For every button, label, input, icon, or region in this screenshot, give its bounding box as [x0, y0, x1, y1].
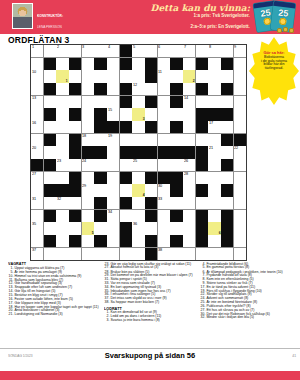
cell-r16c6: [94, 235, 106, 247]
cell-r5c6[interactable]: [94, 96, 106, 108]
cell-r3c12[interactable]: [170, 70, 182, 82]
cell-r6c4: [69, 108, 81, 120]
cell-r5c16[interactable]: [221, 96, 233, 108]
answer-coupon-note: Svarskupong på sidan 56: [0, 351, 300, 360]
cell-r8c17: [234, 134, 246, 146]
cell-r3c2[interactable]: [44, 70, 56, 82]
cell-r7c2[interactable]: [44, 121, 56, 133]
cell-r4c9[interactable]: 12: [132, 83, 144, 95]
cell-r6c7[interactable]: 15: [107, 108, 119, 120]
cell-r12c9-prize[interactable]: 4: [132, 184, 144, 196]
cell-r7c13[interactable]: [183, 121, 195, 133]
cell-r10c9[interactable]: 25: [132, 159, 144, 171]
cell-r11c4: [69, 172, 81, 184]
cell-r15c4[interactable]: [69, 222, 81, 234]
cell-r10c2: [44, 159, 56, 171]
constructor-credit: KONSTRUKTÖR: LENA PERSSON: [37, 14, 118, 36]
cell-r5c13[interactable]: 14: [183, 96, 195, 108]
cell-r8c13[interactable]: [183, 134, 195, 146]
cell-r17c12[interactable]: [170, 248, 182, 260]
cell-r16c3[interactable]: [56, 235, 68, 247]
cell-r4c15[interactable]: [208, 83, 220, 95]
cell-r3c5[interactable]: [82, 70, 94, 82]
cell-r15c10[interactable]: [145, 222, 157, 234]
cell-r7c9[interactable]: [132, 121, 144, 133]
cell-r6c1[interactable]: [31, 108, 43, 120]
cell-r17c7[interactable]: [107, 248, 119, 260]
cell-r5c17[interactable]: [234, 96, 246, 108]
cell-r1c4[interactable]: [69, 45, 81, 57]
cell-r9c3[interactable]: [56, 146, 68, 158]
cell-r12c10[interactable]: [145, 184, 157, 196]
cell-r15c2[interactable]: [44, 222, 56, 234]
cell-r16c1[interactable]: [31, 235, 43, 247]
cell-r2c9[interactable]: [132, 58, 144, 70]
coin-icon: [283, 27, 288, 32]
cell-r5c1[interactable]: 13: [31, 96, 43, 108]
cell-r3c9[interactable]: [132, 70, 144, 82]
cell-r1c10[interactable]: [145, 45, 157, 57]
cell-r13c4[interactable]: [69, 197, 81, 209]
bottom-red-bar: [0, 371, 300, 380]
cell-r7c14: [196, 121, 208, 133]
cell-r8c14[interactable]: [196, 134, 208, 146]
clue-number-24: 24: [82, 159, 86, 163]
cell-r1c6[interactable]: [94, 45, 106, 57]
cell-r1c15[interactable]: 8: [208, 45, 220, 57]
cell-r5c9[interactable]: [132, 96, 144, 108]
cell-r16c11[interactable]: [158, 235, 170, 247]
prize-letter-index-1: 1: [66, 79, 68, 82]
cell-r9c8: [120, 146, 132, 158]
cell-r2c5[interactable]: [82, 58, 94, 70]
cell-r12c11[interactable]: 30: [158, 184, 170, 196]
cell-r7c11[interactable]: [158, 121, 170, 133]
cell-r10c17[interactable]: [234, 159, 246, 171]
cell-r11c9[interactable]: [132, 172, 144, 184]
cell-r10c5[interactable]: 24: [82, 159, 94, 171]
cell-r5c3[interactable]: [56, 96, 68, 108]
cell-r7c1[interactable]: 16: [31, 121, 43, 133]
cell-r15c3[interactable]: [56, 222, 68, 234]
cell-r5c4[interactable]: [69, 96, 81, 108]
cell-r7c10: [145, 121, 157, 133]
cell-r11c11: [158, 172, 170, 184]
cell-r14c2: [44, 210, 56, 222]
cell-r4c16: [221, 83, 233, 95]
cell-r2c17[interactable]: [234, 58, 246, 70]
clue-number-22: 22: [234, 146, 238, 150]
cell-r9c10: [145, 146, 157, 158]
cell-r9c17[interactable]: 22: [234, 146, 246, 158]
clue-number-2: 2: [57, 45, 59, 49]
cell-r14c6: [94, 210, 106, 222]
cell-r1c17[interactable]: 9: [234, 45, 246, 57]
cell-r14c5[interactable]: [82, 210, 94, 222]
clue-number-30: 30: [158, 184, 162, 188]
cell-r16c8: [120, 235, 132, 247]
cell-r2c11[interactable]: [158, 58, 170, 70]
prize-letter-index-6: 6: [218, 231, 220, 234]
cell-r15c1[interactable]: 35: [31, 222, 43, 234]
footer-divider: [0, 348, 300, 349]
clue-number-17: 17: [209, 121, 213, 125]
cell-r12c15[interactable]: [208, 184, 220, 196]
cell-r16c2: [44, 235, 56, 247]
cell-r1c14[interactable]: [196, 45, 208, 57]
cell-r3c11[interactable]: 11: [158, 70, 170, 82]
cell-r15c12[interactable]: [170, 222, 182, 234]
cell-r10c15[interactable]: [208, 159, 220, 171]
clue-number-9: 9: [234, 45, 236, 49]
cell-r11c5[interactable]: [82, 172, 94, 184]
cell-r3c4[interactable]: [69, 70, 81, 82]
cell-r5c7[interactable]: [107, 96, 119, 108]
cell-r11c2[interactable]: [44, 172, 56, 184]
cell-r7c15[interactable]: 17: [208, 121, 220, 133]
cell-r4c4: [69, 83, 81, 95]
cell-r1c1[interactable]: 1: [31, 45, 43, 57]
cell-r7c3[interactable]: [56, 121, 68, 133]
cell-r12c17[interactable]: [234, 184, 246, 196]
cell-r15c15-prize[interactable]: 6: [208, 222, 220, 234]
cell-r1c9[interactable]: 5: [132, 45, 144, 57]
across-clue-38: 38.Så hoppar man över bäcken (7): [104, 300, 206, 304]
cell-r16c9[interactable]: [132, 235, 144, 247]
cell-r6c5[interactable]: [82, 108, 94, 120]
cell-r14c13[interactable]: [183, 210, 195, 222]
cell-r4c11[interactable]: [158, 83, 170, 95]
cell-r10c12[interactable]: [170, 159, 182, 171]
cell-r8c1[interactable]: [31, 134, 43, 146]
cell-r11c14[interactable]: [196, 172, 208, 184]
coin-icon: [289, 28, 294, 33]
cell-r4c3[interactable]: [56, 83, 68, 95]
cell-r5c12: [170, 96, 182, 108]
cell-r17c13[interactable]: [183, 248, 195, 260]
cell-r8c9[interactable]: [132, 134, 144, 146]
cell-r13c17[interactable]: [234, 197, 246, 209]
cell-r4c7[interactable]: [107, 83, 119, 95]
cell-r9c14: [196, 146, 208, 158]
cell-r17c3[interactable]: [56, 248, 68, 260]
cell-r15c6[interactable]: [94, 222, 106, 234]
cell-r9c9: [132, 146, 144, 158]
cell-r1c7[interactable]: 4: [107, 45, 119, 57]
cell-r17c17[interactable]: [234, 248, 246, 260]
cell-r4c8: [120, 83, 132, 95]
cell-r12c4: [69, 184, 81, 196]
cell-r10c8[interactable]: [120, 159, 132, 171]
cell-r12c1[interactable]: [31, 184, 43, 196]
cell-r12c13[interactable]: [183, 184, 195, 196]
cell-r9c12: [170, 146, 182, 158]
cell-r2c15[interactable]: [208, 58, 220, 70]
cell-r11c6: [94, 172, 106, 184]
cell-r9c7[interactable]: [107, 146, 119, 158]
cell-r12c14: [196, 184, 208, 196]
cell-r10c6[interactable]: [94, 159, 106, 171]
cell-r13c16[interactable]: [221, 197, 233, 209]
prize-first: 1:a pris: Två Sverigelotter.: [191, 13, 250, 18]
cell-r3c14[interactable]: [196, 70, 208, 82]
cell-r3c3-prize[interactable]: 1: [56, 70, 68, 82]
clue-number-7: 7: [184, 45, 186, 49]
cell-r12c5[interactable]: 29: [82, 184, 94, 196]
cell-r7c12: [170, 121, 182, 133]
cell-r8c16: [221, 134, 233, 146]
cell-r13c2[interactable]: [44, 197, 56, 209]
cell-r17c16[interactable]: [221, 248, 233, 260]
cell-r13c5[interactable]: [82, 197, 94, 209]
cell-r11c8: [120, 172, 132, 184]
prize-info: Detta kan du vinna: 1:a pris: Två Sverig…: [118, 3, 250, 35]
crossword-grid-frame: 1234567891011121213141531617181920212223…: [30, 44, 247, 261]
crossword-grid: 1234567891011121213141531617181920212223…: [31, 45, 246, 260]
cell-r15c16: [221, 222, 233, 234]
cell-r3c17[interactable]: [234, 70, 246, 82]
clue-number-1: 1: [32, 45, 34, 49]
cell-r13c3[interactable]: 32: [56, 197, 68, 209]
cell-r1c8: [120, 45, 132, 57]
cell-r10c11[interactable]: [158, 159, 170, 171]
cell-r5c14[interactable]: [196, 96, 208, 108]
cell-r8c5[interactable]: 18: [82, 134, 94, 146]
cell-r16c14: [196, 235, 208, 247]
cell-r1c5[interactable]: 3: [82, 45, 94, 57]
cell-r4c13[interactable]: [183, 83, 195, 95]
cell-r9c1[interactable]: 20: [31, 146, 43, 158]
cell-r8c6[interactable]: [94, 134, 106, 146]
cell-r10c13[interactable]: 26: [183, 159, 195, 171]
cell-r15c11[interactable]: [158, 222, 170, 234]
cell-r13c1[interactable]: 31: [31, 197, 43, 209]
cell-r2c4: [69, 58, 81, 70]
clue-number-8: 8: [209, 45, 211, 49]
cell-r5c8: [120, 96, 132, 108]
cell-r16c5[interactable]: [82, 235, 94, 247]
cell-r3c10: [145, 70, 157, 82]
cell-r2c1[interactable]: [31, 58, 43, 70]
cell-r2c8: [120, 58, 132, 70]
cell-r17c8[interactable]: [120, 248, 132, 260]
cell-r14c9[interactable]: [132, 210, 144, 222]
cell-r10c14: [196, 159, 208, 171]
cell-r11c13[interactable]: 28: [183, 172, 195, 184]
prize-letter-index-4: 4: [142, 193, 144, 196]
cell-r1c13[interactable]: 7: [183, 45, 195, 57]
cell-r8c12[interactable]: [170, 134, 182, 146]
cell-r15c14: [196, 222, 208, 234]
cell-r6c17[interactable]: [234, 108, 246, 120]
cell-r7c8: [120, 121, 132, 133]
cell-r12c8[interactable]: [120, 184, 132, 196]
howto-line4: tävlingsrad.: [252, 66, 295, 70]
cell-r7c4[interactable]: [69, 121, 81, 133]
cell-r7c16[interactable]: [221, 121, 233, 133]
cell-r14c11[interactable]: [158, 210, 170, 222]
clue-column-1: VÅGRÄTT1.Uppåt väggarna att klättra på (…: [8, 262, 110, 316]
ticket-scratch-circle: [278, 18, 286, 26]
cell-r1c12[interactable]: [170, 45, 182, 57]
cell-r11c3[interactable]: [56, 172, 68, 184]
cell-r11c17[interactable]: [234, 172, 246, 184]
constructor-photo: [12, 3, 33, 29]
cell-r11c1[interactable]: 27: [31, 172, 43, 184]
cell-r12c6[interactable]: [94, 184, 106, 196]
cell-r17c14[interactable]: [196, 248, 208, 260]
cell-r6c2: [44, 108, 56, 120]
clue-number-11: 11: [158, 70, 162, 74]
cell-r13c9[interactable]: [132, 197, 144, 209]
clue-number-29: 29: [82, 184, 86, 188]
clue-num-label: 21.: [8, 313, 13, 317]
cell-r17c1[interactable]: 37: [31, 248, 43, 260]
cell-r6c12[interactable]: [170, 108, 182, 120]
cell-r3c16[interactable]: [221, 70, 233, 82]
cell-r17c2[interactable]: [44, 248, 56, 260]
clue-number-35: 35: [32, 222, 36, 226]
credit-name: LENA PERSSON: [37, 25, 63, 29]
cell-r14c14: [196, 210, 208, 222]
cell-r14c12: [170, 210, 182, 222]
cell-r16c16: [221, 235, 233, 247]
cell-r6c11[interactable]: [158, 108, 170, 120]
cell-r17c4[interactable]: [69, 248, 81, 260]
cell-r5c11[interactable]: [158, 96, 170, 108]
cell-r4c12: [170, 83, 182, 95]
cell-r3c13-prize[interactable]: 2: [183, 70, 195, 82]
cell-r14c1[interactable]: [31, 210, 43, 222]
cell-r3c15[interactable]: [208, 70, 220, 82]
cell-r16c15[interactable]: [208, 235, 220, 247]
cell-r16c10: [145, 235, 157, 247]
cell-r13c12[interactable]: [170, 197, 182, 209]
cell-r8c11[interactable]: [158, 134, 170, 146]
cell-r13c14[interactable]: [196, 197, 208, 209]
cell-r1c11[interactable]: 6: [158, 45, 170, 57]
cell-r10c7[interactable]: [107, 159, 119, 171]
cell-r17c5[interactable]: [82, 248, 94, 260]
coin-icon: [277, 28, 282, 33]
cell-r9c5: [82, 146, 94, 158]
cell-r10c10[interactable]: [145, 159, 157, 171]
cell-r17c15[interactable]: [208, 248, 220, 260]
cell-r5c15[interactable]: [208, 96, 220, 108]
cell-r11c7[interactable]: [107, 172, 119, 184]
cell-r9c16[interactable]: [221, 146, 233, 158]
cell-r9c11: [158, 146, 170, 158]
cell-r10c3[interactable]: 23: [56, 159, 68, 171]
cell-r11c16[interactable]: [221, 172, 233, 184]
cell-r2c2: [44, 58, 56, 70]
cell-r3c8[interactable]: [120, 70, 132, 82]
cell-r13c11[interactable]: 33: [158, 197, 170, 209]
cell-r2c13[interactable]: [183, 58, 195, 70]
clue-number-28: 28: [184, 172, 188, 176]
cell-r10c1: [31, 159, 43, 171]
cell-r13c7[interactable]: [107, 197, 119, 209]
cell-r2c3[interactable]: [56, 58, 68, 70]
clue-number-5: 5: [133, 45, 135, 49]
cell-r14c8[interactable]: [120, 210, 132, 222]
cell-r6c3[interactable]: [56, 108, 68, 120]
down-clue-32: 32.Mindre skär i böljan den blå (5): [200, 316, 300, 320]
cell-r14c17[interactable]: [234, 210, 246, 222]
cell-r4c10[interactable]: [145, 83, 157, 95]
cell-r4c5[interactable]: [82, 83, 94, 95]
cell-r9c15[interactable]: 21: [208, 146, 220, 158]
cell-r8c7[interactable]: 19: [107, 134, 119, 146]
cell-r1c3[interactable]: 2: [56, 45, 68, 57]
cell-r6c8[interactable]: [120, 108, 132, 120]
cell-r10c4[interactable]: [69, 159, 81, 171]
cell-r4c1[interactable]: [31, 83, 43, 95]
clue-text: Mindre skär i böljan den blå (5): [206, 316, 300, 320]
cell-r14c3[interactable]: [56, 210, 68, 222]
cell-r15c5-prize[interactable]: 5: [82, 222, 94, 234]
cell-r16c17[interactable]: [234, 235, 246, 247]
cell-r3c6[interactable]: [94, 70, 106, 82]
cell-r3c1[interactable]: 10: [31, 70, 43, 82]
cell-r17c11[interactable]: 38: [158, 248, 170, 260]
cell-r7c5[interactable]: [82, 121, 94, 133]
cell-r6c10[interactable]: [145, 108, 157, 120]
cell-r3c7[interactable]: [107, 70, 119, 82]
cell-r4c17[interactable]: [234, 83, 246, 95]
clue-number-10: 10: [32, 70, 36, 74]
cell-r15c17[interactable]: [234, 222, 246, 234]
cell-r2c7[interactable]: [107, 58, 119, 70]
cell-r16c7[interactable]: [107, 235, 119, 247]
cell-r8c3[interactable]: [56, 134, 68, 146]
cell-r2c16: [221, 58, 233, 70]
cell-r13c6: [94, 197, 106, 209]
prize-headline: Detta kan du vinna:: [118, 3, 250, 13]
clue-number-37: 37: [32, 248, 36, 252]
cell-r6c13[interactable]: [183, 108, 195, 120]
cell-r8c8[interactable]: [120, 134, 132, 146]
cell-r16c13[interactable]: [183, 235, 195, 247]
cell-r15c7[interactable]: [107, 222, 119, 234]
cell-r9c2[interactable]: [44, 146, 56, 158]
cell-r11c15[interactable]: [208, 172, 220, 184]
cell-r14c15[interactable]: [208, 210, 220, 222]
cell-r13c13[interactable]: [183, 197, 195, 209]
cell-r2c12: [170, 58, 182, 70]
cell-r17c9[interactable]: [132, 248, 144, 260]
cell-r1c16[interactable]: [221, 45, 233, 57]
cell-r15c13[interactable]: [183, 222, 195, 234]
cell-r12c7[interactable]: [107, 184, 119, 196]
cell-r5c2[interactable]: [44, 96, 56, 108]
cell-r17c6[interactable]: [94, 248, 106, 260]
cell-r8c2: [44, 134, 56, 146]
cell-r6c14: [196, 108, 208, 120]
cell-r7c6: [94, 121, 106, 133]
cell-r1c2[interactable]: [44, 45, 56, 57]
cell-r6c9-prize[interactable]: 3: [132, 108, 144, 120]
cell-r5c5[interactable]: [82, 96, 94, 108]
cell-r14c7[interactable]: 34: [107, 210, 119, 222]
cell-r15c9[interactable]: 36: [132, 222, 144, 234]
clue-num-label: 3.: [104, 318, 109, 322]
cell-r8c10[interactable]: [145, 134, 157, 146]
cell-r13c15[interactable]: [208, 197, 220, 209]
cell-r7c17[interactable]: [234, 121, 246, 133]
cell-r8c15[interactable]: [208, 134, 220, 146]
cell-r8c4: [69, 134, 81, 146]
